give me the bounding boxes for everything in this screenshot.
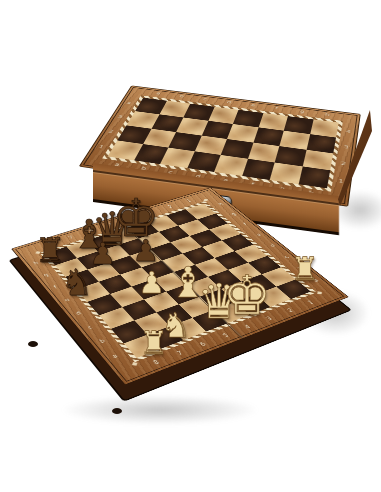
corner-inlay [317, 291, 322, 294]
light-rook-2-on-a1[interactable]: ♜ [291, 255, 320, 284]
lid-number-right-3: 3 [343, 145, 348, 150]
board-foot [28, 341, 38, 347]
file-label-right-h: h [218, 203, 224, 207]
lid-letter-back-f: f [275, 107, 278, 111]
lid-letter-back-c: c [202, 98, 207, 102]
dark-pawn-1-on-f7[interactable]: ♟ [90, 240, 117, 268]
file-label-left-d: d [75, 311, 82, 316]
file-label-left-f: f [53, 286, 58, 290]
file-label-left-b: b [99, 339, 106, 344]
product-photo-stage: abcdefghabcdefgh12341234 abcdefgh8765432… [0, 0, 381, 492]
light-rook-1-on-a7[interactable]: ♜ [140, 329, 169, 358]
file-label-right-d: d [269, 244, 276, 248]
light-king-on-a3[interactable]: ♚ [223, 271, 271, 321]
corner-inlay [204, 199, 208, 201]
lid-letter-back-g: g [300, 110, 305, 114]
lid-letter-back-b: b [179, 95, 185, 99]
file-label-left-g: g [43, 273, 50, 277]
file-label-left-a: a [112, 354, 119, 360]
square-c7[interactable] [122, 299, 157, 320]
lid-letter-back-h: h [325, 113, 330, 117]
rank-label-top-2: 2 [167, 205, 173, 209]
rank-label-top-1: 1 [186, 199, 192, 203]
lid-letter-back-e: e [250, 104, 255, 108]
lid-letter-back-a: a [155, 92, 161, 96]
rank-label-bottom-6: 6 [199, 342, 207, 347]
file-label-left-c: c [87, 325, 94, 330]
rank-label-bottom-1: 1 [307, 300, 315, 305]
rank-label-bottom-5: 5 [222, 333, 230, 338]
file-label-right-f: f [243, 223, 248, 226]
corner-inlay [132, 362, 138, 366]
lid-number-left-2: 2 [108, 129, 115, 133]
rank-label-bottom-7: 7 [176, 351, 184, 357]
file-label-right-g: g [230, 212, 237, 216]
lid-number-right-2: 2 [341, 161, 346, 166]
board-front-shadow [60, 395, 260, 425]
square-c8[interactable] [99, 307, 134, 329]
board-foot [112, 408, 122, 414]
file-label-right-c: c [283, 255, 290, 259]
rank-label-bottom-2: 2 [287, 308, 295, 313]
file-label-right-e: e [256, 233, 263, 237]
lid-letter-back-d: d [226, 101, 231, 105]
dark-pawn-2-on-f5[interactable]: ♟ [133, 237, 160, 265]
square-e7[interactable] [98, 274, 131, 294]
lid-number-left-4: 4 [126, 101, 132, 105]
light-pawn-on-d6[interactable]: ♟ [139, 269, 166, 297]
lid-number-left-1: 1 [98, 145, 105, 150]
lid-number-right-4: 4 [346, 129, 351, 133]
lid-number-left-3: 3 [117, 115, 123, 119]
dark-knight-on-e8[interactable]: ♞ [61, 266, 93, 299]
lid-number-right-1: 1 [338, 179, 344, 184]
